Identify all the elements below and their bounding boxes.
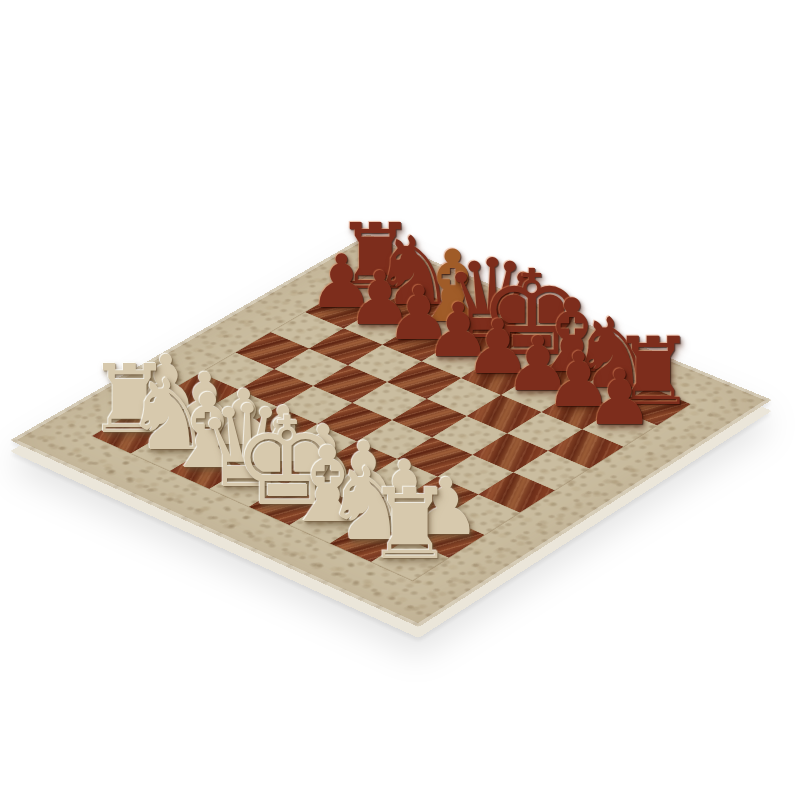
product-photo: ♜♞♝♛♚♝♞♜♟♟♟♟♟♟♟♟♟♟♟♟♟♟♟♟♜♞♝♛♚♝♞♜ [0, 0, 800, 800]
pieces-layer: ♜♞♝♛♚♝♞♜♟♟♟♟♟♟♟♟♟♟♟♟♟♟♟♟♜♞♝♛♚♝♞♜ [0, 0, 800, 800]
piece-cream-rook-h1[interactable]: ♜ [351, 476, 468, 574]
piece-red-pawn-h7[interactable]: ♟ [574, 360, 666, 436]
